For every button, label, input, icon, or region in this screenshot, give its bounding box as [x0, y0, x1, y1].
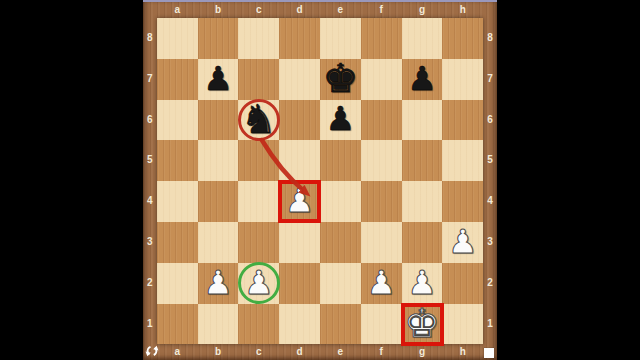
rank-label-left-2: 2: [143, 263, 157, 304]
piece-black-king[interactable]: ♚: [322, 58, 358, 98]
square-f7[interactable]: [361, 59, 402, 100]
square-e1[interactable]: [320, 304, 361, 345]
square-g8[interactable]: [402, 18, 443, 59]
square-d5[interactable]: [279, 140, 320, 181]
square-c3[interactable]: [238, 222, 279, 263]
square-h3[interactable]: ♟: [442, 222, 483, 263]
piece-white-king[interactable]: ♚: [404, 303, 440, 343]
square-b5[interactable]: [198, 140, 239, 181]
rank-label-left-4: 4: [143, 181, 157, 222]
file-label-bottom-c: c: [238, 346, 279, 357]
square-h4[interactable]: [442, 181, 483, 222]
square-h7[interactable]: [442, 59, 483, 100]
square-f3[interactable]: [361, 222, 402, 263]
square-d8[interactable]: [279, 18, 320, 59]
square-c5[interactable]: [238, 140, 279, 181]
square-f1[interactable]: [361, 304, 402, 345]
square-d3[interactable]: [279, 222, 320, 263]
square-b2[interactable]: ♟: [198, 263, 239, 304]
square-f2[interactable]: ♟: [361, 263, 402, 304]
file-label-top-e: e: [320, 4, 361, 15]
piece-white-pawn[interactable]: ♟: [244, 266, 274, 299]
rank-label-left-3: 3: [143, 222, 157, 263]
file-label-top-c: c: [238, 4, 279, 15]
file-label-top-d: d: [279, 4, 320, 15]
square-g6[interactable]: [402, 100, 443, 141]
circular-arrows-icon: [145, 344, 159, 358]
square-d4[interactable]: ♟: [279, 181, 320, 222]
piece-black-pawn[interactable]: ♟: [407, 62, 437, 95]
square-b8[interactable]: [198, 18, 239, 59]
square-d2[interactable]: [279, 263, 320, 304]
file-label-top-g: g: [402, 4, 443, 15]
rank-label-right-4: 4: [483, 181, 497, 222]
square-f5[interactable]: [361, 140, 402, 181]
chess-app-screen: aabbccddeeffgghh8877665544332211 ♟♚♟♞♟♟♟…: [0, 0, 640, 360]
square-c1[interactable]: [238, 304, 279, 345]
square-d1[interactable]: [279, 304, 320, 345]
file-label-top-f: f: [361, 4, 402, 15]
piece-black-pawn[interactable]: ♟: [203, 62, 233, 95]
square-c2[interactable]: ♟: [238, 263, 279, 304]
square-c6[interactable]: ♞: [238, 100, 279, 141]
file-label-bottom-h: h: [442, 346, 483, 357]
file-label-top-a: a: [157, 4, 198, 15]
piece-white-pawn[interactable]: ♟: [366, 266, 396, 299]
square-g3[interactable]: [402, 222, 443, 263]
square-e2[interactable]: [320, 263, 361, 304]
file-label-bottom-d: d: [279, 346, 320, 357]
piece-white-pawn[interactable]: ♟: [448, 225, 478, 258]
rank-label-right-8: 8: [483, 18, 497, 59]
square-a3[interactable]: [157, 222, 198, 263]
square-a1[interactable]: [157, 304, 198, 345]
file-label-bottom-f: f: [361, 346, 402, 357]
square-b6[interactable]: [198, 100, 239, 141]
square-c4[interactable]: [238, 181, 279, 222]
square-b7[interactable]: ♟: [198, 59, 239, 100]
flip-board-button[interactable]: [145, 344, 159, 358]
square-a8[interactable]: [157, 18, 198, 59]
rank-label-left-5: 5: [143, 140, 157, 181]
square-a5[interactable]: [157, 140, 198, 181]
square-h1[interactable]: [442, 304, 483, 345]
square-e5[interactable]: [320, 140, 361, 181]
board-squares: ♟♚♟♞♟♟♟♟♟♟♟♚: [157, 18, 483, 344]
side-to-move-indicator: [484, 348, 494, 358]
square-e8[interactable]: [320, 18, 361, 59]
rank-label-left-8: 8: [143, 18, 157, 59]
rank-label-left-1: 1: [143, 304, 157, 345]
rank-label-left-7: 7: [143, 59, 157, 100]
file-label-top-b: b: [198, 4, 239, 15]
square-a2[interactable]: [157, 263, 198, 304]
square-f8[interactable]: [361, 18, 402, 59]
piece-black-knight[interactable]: ♞: [241, 99, 277, 139]
chess-board: aabbccddeeffgghh8877665544332211 ♟♚♟♞♟♟♟…: [143, 0, 497, 360]
piece-white-pawn[interactable]: ♟: [285, 184, 315, 217]
file-label-top-h: h: [442, 4, 483, 15]
square-a4[interactable]: [157, 181, 198, 222]
rank-label-right-1: 1: [483, 304, 497, 345]
square-e6[interactable]: ♟: [320, 100, 361, 141]
square-a7[interactable]: [157, 59, 198, 100]
square-f6[interactable]: [361, 100, 402, 141]
rank-label-right-6: 6: [483, 100, 497, 141]
piece-white-pawn[interactable]: ♟: [203, 266, 233, 299]
window-edge-strip: [143, 0, 497, 2]
rank-label-right-3: 3: [483, 222, 497, 263]
square-b3[interactable]: [198, 222, 239, 263]
square-g4[interactable]: [402, 181, 443, 222]
square-g2[interactable]: ♟: [402, 263, 443, 304]
square-b4[interactable]: [198, 181, 239, 222]
rank-label-right-7: 7: [483, 59, 497, 100]
piece-black-pawn[interactable]: ♟: [326, 102, 356, 135]
square-e4[interactable]: [320, 181, 361, 222]
square-b1[interactable]: [198, 304, 239, 345]
square-c7[interactable]: [238, 59, 279, 100]
file-label-bottom-g: g: [402, 346, 443, 357]
square-g7[interactable]: ♟: [402, 59, 443, 100]
square-h8[interactable]: [442, 18, 483, 59]
rank-label-right-2: 2: [483, 263, 497, 304]
rank-label-left-6: 6: [143, 100, 157, 141]
square-h6[interactable]: [442, 100, 483, 141]
square-e7[interactable]: ♚: [320, 59, 361, 100]
square-g5[interactable]: [402, 140, 443, 181]
square-d6[interactable]: [279, 100, 320, 141]
square-g1[interactable]: ♚: [402, 304, 443, 345]
square-e3[interactable]: [320, 222, 361, 263]
square-h2[interactable]: [442, 263, 483, 304]
square-c8[interactable]: [238, 18, 279, 59]
square-d7[interactable]: [279, 59, 320, 100]
rank-label-right-5: 5: [483, 140, 497, 181]
square-h5[interactable]: [442, 140, 483, 181]
square-a6[interactable]: [157, 100, 198, 141]
square-f4[interactable]: [361, 181, 402, 222]
file-label-bottom-b: b: [198, 346, 239, 357]
piece-white-pawn[interactable]: ♟: [407, 266, 437, 299]
file-label-bottom-a: a: [157, 346, 198, 357]
file-label-bottom-e: e: [320, 346, 361, 357]
